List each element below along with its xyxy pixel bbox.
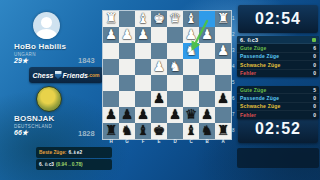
move-quality-row: Gute Züge5 — [237, 86, 319, 94]
chess-piece[interactable]: ♚ — [153, 11, 165, 27]
avatar-person-icon — [36, 29, 57, 39]
board-square[interactable]: ♞ — [199, 123, 215, 139]
played-move-overlay: 6. ♘c3 (0.94→0.78) — [36, 159, 112, 170]
board-square[interactable] — [151, 27, 167, 43]
move-quality-panel-bottom: Gute Züge5Passende Züge0Schwache Züge0Fe… — [237, 86, 319, 119]
board-square[interactable] — [119, 59, 135, 75]
board-square[interactable] — [135, 75, 151, 91]
board-square[interactable]: ♟ — [135, 27, 151, 43]
played-move-value: 6. ♘c3 — [39, 162, 54, 167]
good-move-indicator — [312, 38, 316, 42]
avatar-person-icon — [41, 17, 52, 28]
board-square[interactable] — [103, 75, 119, 91]
logo-text: Chess — [33, 72, 54, 79]
quality-count: 6 — [313, 45, 316, 51]
board-square[interactable]: ♜ — [215, 11, 231, 27]
top-player-name[interactable]: HoBo Habilis — [14, 42, 66, 51]
chess-piece[interactable]: ♝ — [137, 123, 149, 139]
move-quality-row: Fehler0 — [237, 111, 319, 118]
board-square[interactable] — [199, 91, 215, 107]
chess-piece[interactable]: ♟ — [217, 91, 229, 107]
board-square[interactable] — [167, 123, 183, 139]
board-square[interactable]: ♜ — [103, 11, 119, 27]
rank-label: 3 — [232, 43, 235, 59]
move-quality-row: Passende Züge0 — [237, 94, 319, 102]
chess-piece[interactable]: ♟ — [137, 107, 149, 123]
file-label: B — [199, 139, 215, 144]
board-square[interactable] — [103, 43, 119, 59]
top-player-clock: 02:54 — [238, 5, 318, 33]
board-square[interactable] — [215, 107, 231, 123]
board-square[interactable]: ♟ — [119, 107, 135, 123]
bottom-player-level: 66★ — [14, 129, 28, 137]
chess-piece[interactable]: ♟ — [217, 43, 229, 59]
quality-label: Gute Züge — [240, 87, 267, 93]
board-square[interactable] — [135, 91, 151, 107]
chess-piece[interactable]: ♟ — [153, 91, 165, 107]
best-move-overlay: Beste Züge: 6.♗e2 — [36, 147, 112, 158]
chess-piece[interactable]: ♚ — [153, 123, 165, 139]
board-square[interactable] — [215, 59, 231, 75]
board-square[interactable] — [103, 91, 119, 107]
shield-icon — [55, 71, 62, 79]
quality-label: Gute Züge — [240, 45, 267, 51]
move-quality-row: Schwache Züge0 — [237, 103, 319, 111]
chess-piece[interactable]: ♞ — [185, 43, 197, 59]
board-square[interactable] — [119, 11, 135, 27]
clock-time: 02:52 — [255, 120, 301, 138]
panel-header-move: 6. ♘c3 — [237, 36, 319, 44]
board-square[interactable]: ♜ — [215, 123, 231, 139]
file-label: G — [119, 139, 135, 144]
board-square[interactable] — [119, 75, 135, 91]
clock-time: 02:54 — [255, 10, 301, 28]
rank-label: 5 — [232, 75, 235, 91]
file-label: E — [151, 139, 167, 144]
board-square[interactable] — [167, 75, 183, 91]
board-square[interactable] — [119, 91, 135, 107]
move-quality-row: Fehler0 — [237, 70, 319, 77]
chess-piece[interactable]: ♟ — [201, 27, 213, 43]
rank-label: 4 — [232, 59, 235, 75]
file-label: C — [183, 139, 199, 144]
chess-piece[interactable]: ♛ — [185, 107, 197, 123]
board-square[interactable] — [199, 43, 215, 59]
chess-piece[interactable]: ♟ — [105, 107, 117, 123]
move-quality-row: Gute Züge6 — [237, 44, 319, 52]
rank-label: 8 — [232, 123, 235, 139]
board-square[interactable]: ♟ — [167, 107, 183, 123]
board-square[interactable] — [135, 43, 151, 59]
quality-label: Fehler — [240, 112, 256, 118]
board-square[interactable]: ♟ — [151, 91, 167, 107]
top-player-rating: 1843 — [78, 56, 95, 65]
board-square[interactable]: ♟ — [199, 107, 215, 123]
file-labels: HGFEDCBA — [103, 139, 231, 144]
board-square[interactable]: ♟ — [215, 43, 231, 59]
quality-label: Fehler — [240, 70, 256, 76]
chess-piece[interactable]: ♟ — [169, 107, 181, 123]
board-square[interactable]: ♟ — [103, 27, 119, 43]
file-label: H — [103, 139, 119, 144]
board-square[interactable] — [215, 75, 231, 91]
chess-piece[interactable]: ♜ — [105, 123, 117, 139]
chess-piece[interactable]: ♟ — [121, 107, 133, 123]
played-move-eval: (0.94→0.78) — [56, 162, 83, 167]
quality-label: Passende Züge — [240, 95, 279, 101]
chess-piece[interactable]: ♝ — [185, 11, 197, 27]
board-square[interactable] — [167, 43, 183, 59]
rank-label: 2 — [232, 27, 235, 43]
board-square[interactable]: ♟ — [135, 107, 151, 123]
board-square[interactable]: ♚ — [151, 11, 167, 27]
quality-label: Passende Züge — [240, 53, 279, 59]
board-square[interactable] — [151, 107, 167, 123]
move-quality-row: Schwache Züge0 — [237, 61, 319, 69]
quality-count: 0 — [313, 112, 316, 118]
board-square[interactable] — [151, 75, 167, 91]
board-square[interactable] — [167, 91, 183, 107]
quality-count: 5 — [313, 87, 316, 93]
board-square[interactable] — [183, 91, 199, 107]
logo-text: Friends — [63, 72, 88, 79]
board-square[interactable] — [135, 59, 151, 75]
chessfriends-logo[interactable]: Chess Friends .com — [29, 67, 103, 83]
bottom-player-name[interactable]: BOSNJAK — [14, 114, 55, 123]
quality-count: 0 — [313, 95, 316, 101]
file-label: D — [167, 139, 183, 144]
best-move-label: Beste Züge: — [39, 150, 66, 155]
chess-piece[interactable]: ♞ — [121, 123, 133, 139]
board-square[interactable] — [215, 27, 231, 43]
board-square[interactable]: ♟ — [119, 27, 135, 43]
top-player-level: 29★ — [14, 57, 28, 65]
chess-piece[interactable]: ♝ — [137, 11, 149, 27]
chess-piece[interactable]: ♝ — [185, 123, 197, 139]
chess-piece[interactable]: ♜ — [217, 11, 229, 27]
board-square[interactable] — [183, 59, 199, 75]
board-square[interactable]: ♚ — [151, 123, 167, 139]
board-square[interactable]: ♞ — [167, 59, 183, 75]
chess-board[interactable]: ♜♝♚♛♝♜♟♟♟♟♟♞♟♟♞♟♟♟♟♟♟♛♟♜♞♝♚♝♞♜ — [103, 11, 231, 139]
bottom-player-clock: 02:52 — [238, 115, 318, 143]
chess-piece[interactable]: ♟ — [153, 59, 165, 75]
board-square[interactable] — [103, 59, 119, 75]
game-screen: HoBo Habilis UNGARN 29★ 1843 Chess Frien… — [0, 0, 320, 180]
board-square[interactable]: ♟ — [215, 91, 231, 107]
board-square[interactable] — [199, 11, 215, 27]
chess-piece[interactable]: ♟ — [201, 107, 213, 123]
board-square[interactable]: ♝ — [183, 123, 199, 139]
chess-piece[interactable]: ♜ — [217, 123, 229, 139]
empty-panel — [237, 148, 319, 168]
board-square[interactable] — [151, 43, 167, 59]
board-square[interactable] — [199, 59, 215, 75]
rank-label: 7 — [232, 107, 235, 123]
chess-piece[interactable]: ♜ — [105, 11, 117, 27]
file-label: A — [215, 139, 231, 144]
best-move-value: 6.♗e2 — [68, 150, 82, 155]
board-square[interactable] — [167, 27, 183, 43]
chess-piece[interactable]: ♞ — [201, 123, 213, 139]
quality-label: Schwache Züge — [240, 62, 280, 68]
board-square[interactable]: ♛ — [183, 107, 199, 123]
bottom-player-rating: 1828 — [78, 129, 95, 138]
avatar-top-player[interactable] — [33, 12, 60, 39]
chess-piece[interactable]: ♟ — [137, 27, 149, 43]
quality-count: 0 — [313, 103, 316, 109]
file-label: F — [135, 139, 151, 144]
chess-piece[interactable]: ♞ — [169, 59, 181, 75]
chess-piece[interactable]: ♟ — [185, 27, 197, 43]
quality-count: 0 — [313, 70, 316, 76]
board-square[interactable] — [119, 43, 135, 59]
rank-label: 1 — [232, 11, 235, 27]
move-quality-row: Passende Züge0 — [237, 53, 319, 61]
board-square[interactable]: ♝ — [135, 123, 151, 139]
board-square[interactable]: ♞ — [119, 123, 135, 139]
chess-piece[interactable]: ♛ — [169, 11, 181, 27]
board-square[interactable] — [199, 75, 215, 91]
chess-piece[interactable]: ♟ — [105, 27, 117, 43]
quality-count: 0 — [313, 62, 316, 68]
board-square[interactable]: ♝ — [135, 11, 151, 27]
quality-label: Schwache Züge — [240, 103, 280, 109]
board-square[interactable]: ♝ — [183, 11, 199, 27]
board-square[interactable] — [183, 75, 199, 91]
board-square[interactable]: ♛ — [167, 11, 183, 27]
rank-label: 6 — [232, 91, 235, 107]
board-square[interactable]: ♟ — [199, 27, 215, 43]
quality-count: 0 — [313, 53, 316, 59]
board-square[interactable]: ♜ — [103, 123, 119, 139]
board-square[interactable]: ♞ — [183, 43, 199, 59]
board-square[interactable]: ♟ — [151, 59, 167, 75]
rank-labels: 12345678 — [232, 11, 235, 139]
board-square[interactable]: ♟ — [183, 27, 199, 43]
logo-text: .com — [88, 72, 100, 78]
board-square[interactable]: ♟ — [103, 107, 119, 123]
move-quality-panel-top: 6. ♘c3Gute Züge6Passende Züge0Schwache Z… — [237, 36, 319, 77]
avatar-bottom-player[interactable] — [36, 86, 62, 112]
chess-piece[interactable]: ♟ — [121, 27, 133, 43]
